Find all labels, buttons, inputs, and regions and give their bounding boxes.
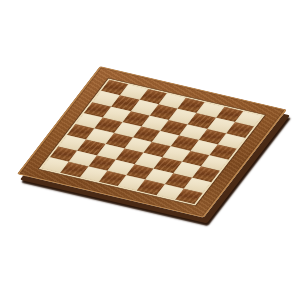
playing-field (41, 80, 262, 204)
chess-board[interactable] (17, 66, 287, 218)
photo-canvas (0, 0, 300, 300)
